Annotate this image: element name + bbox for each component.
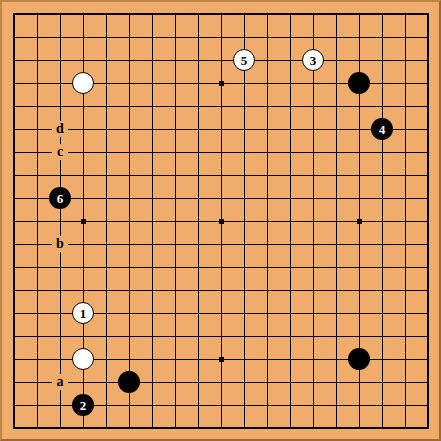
- grid-line-horizontal: [13, 382, 429, 383]
- grid-line-vertical: [290, 13, 291, 429]
- label-c-c13: c: [52, 144, 68, 160]
- stone-black-d2-move-2: 2: [72, 394, 94, 416]
- grid-line-horizontal: [13, 244, 429, 245]
- grid-line-horizontal: [13, 290, 429, 291]
- star-point: [219, 219, 224, 224]
- star-point: [219, 81, 224, 86]
- grid-line-vertical: [427, 13, 429, 429]
- grid-line-horizontal: [13, 427, 429, 429]
- stone-white-d6-move-1: 1: [72, 302, 94, 324]
- grid-line-horizontal: [13, 336, 429, 337]
- label-b-c9: b: [52, 236, 68, 252]
- label-d-c14: d: [52, 121, 68, 137]
- stone-white-d16: [72, 72, 94, 94]
- grid-line-vertical: [405, 13, 406, 429]
- star-point: [357, 219, 362, 224]
- grid-line-vertical: [267, 13, 268, 429]
- go-board: 534612abcd: [0, 0, 441, 441]
- stone-black-c11-move-6: 6: [49, 187, 71, 209]
- stone-white-d4: [72, 348, 94, 370]
- label-a-c3: a: [52, 374, 68, 390]
- stone-white-o17-move-3: 3: [302, 49, 324, 71]
- star-point: [81, 219, 86, 224]
- stone-black-f3: [118, 371, 140, 393]
- stone-black-r14-move-4: 4: [371, 118, 393, 140]
- grid-line-horizontal: [13, 267, 429, 268]
- grid-line-vertical: [382, 13, 383, 429]
- grid-line-vertical: [336, 13, 337, 429]
- grid-line-vertical: [313, 13, 314, 429]
- grid-line-vertical: [244, 13, 245, 429]
- stone-white-l17-move-5: 5: [233, 49, 255, 71]
- star-point: [219, 357, 224, 362]
- stone-black-q4: [348, 348, 370, 370]
- stone-black-q16: [348, 72, 370, 94]
